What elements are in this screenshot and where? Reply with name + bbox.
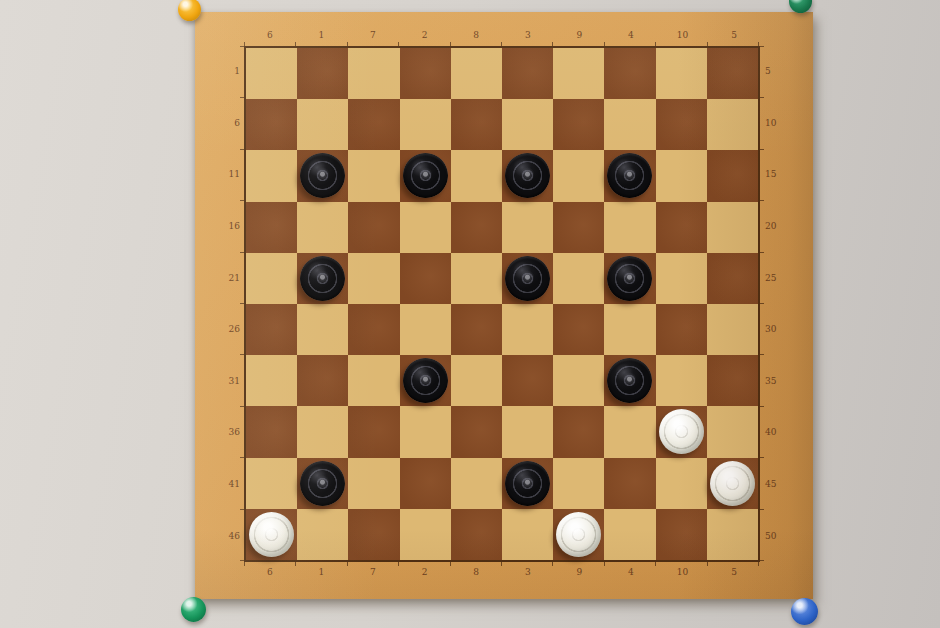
- light-square: [246, 253, 297, 304]
- col-label-bottom-2: 2: [399, 568, 451, 578]
- row-label-left-6: 6: [224, 98, 240, 150]
- square-49[interactable]: [553, 509, 604, 560]
- square-38[interactable]: [451, 406, 502, 457]
- square-13[interactable]: [502, 150, 553, 201]
- light-square: [400, 202, 451, 253]
- light-square: [297, 304, 348, 355]
- light-square: [604, 99, 655, 150]
- col-label-top-10: 10: [657, 31, 709, 41]
- row-labels-left: 161116212631364146: [224, 46, 240, 562]
- light-square: [707, 202, 758, 253]
- square-18[interactable]: [451, 202, 502, 253]
- light-square: [707, 406, 758, 457]
- col-label-top-6: 6: [244, 31, 296, 41]
- square-16[interactable]: [246, 202, 297, 253]
- row-label-left-36: 36: [224, 407, 240, 459]
- black-man-piece-square-11[interactable]: [300, 153, 345, 198]
- square-10[interactable]: [656, 99, 707, 150]
- square-24[interactable]: [604, 253, 655, 304]
- light-square: [656, 355, 707, 406]
- row-label-right-10: 10: [765, 98, 781, 150]
- square-37[interactable]: [348, 406, 399, 457]
- light-square: [553, 48, 604, 99]
- col-label-bottom-4: 4: [605, 568, 657, 578]
- row-label-left-11: 11: [224, 149, 240, 201]
- col-label-top-3: 3: [502, 31, 554, 41]
- square-40[interactable]: [656, 406, 707, 457]
- row-label-left-16: 16: [224, 201, 240, 253]
- square-34[interactable]: [604, 355, 655, 406]
- light-square: [451, 253, 502, 304]
- wall: 61728394105 61728394105 1611162126313641…: [0, 0, 940, 628]
- square-19[interactable]: [553, 202, 604, 253]
- square-17[interactable]: [348, 202, 399, 253]
- black-man-piece-square-13[interactable]: [505, 153, 550, 198]
- light-square: [400, 99, 451, 150]
- light-square: [400, 509, 451, 560]
- light-square: [553, 150, 604, 201]
- col-label-bottom-7: 7: [347, 568, 399, 578]
- col-label-bottom-9: 9: [554, 568, 606, 578]
- light-square: [246, 355, 297, 406]
- light-square: [451, 355, 502, 406]
- square-43[interactable]: [502, 458, 553, 509]
- light-square: [502, 509, 553, 560]
- light-square: [604, 304, 655, 355]
- light-square: [451, 48, 502, 99]
- square-9[interactable]: [553, 99, 604, 150]
- square-11[interactable]: [297, 150, 348, 201]
- light-square: [297, 99, 348, 150]
- light-square: [502, 99, 553, 150]
- row-label-right-25: 25: [765, 252, 781, 304]
- light-square: [656, 458, 707, 509]
- light-square: [707, 304, 758, 355]
- square-35[interactable]: [707, 355, 758, 406]
- row-labels-right: 5101520253035404550: [765, 46, 781, 562]
- white-man-piece-square-46[interactable]: [249, 512, 294, 557]
- square-15[interactable]: [707, 150, 758, 201]
- light-square: [502, 304, 553, 355]
- row-label-right-50: 50: [765, 510, 781, 562]
- col-label-bottom-10: 10: [657, 568, 709, 578]
- white-man-piece-square-40[interactable]: [659, 409, 704, 454]
- square-32[interactable]: [400, 355, 451, 406]
- col-label-top-1: 1: [296, 31, 348, 41]
- square-2[interactable]: [400, 48, 451, 99]
- light-square: [348, 355, 399, 406]
- square-47[interactable]: [348, 509, 399, 560]
- col-label-top-2: 2: [399, 31, 451, 41]
- col-label-top-5: 5: [708, 31, 760, 41]
- square-3[interactable]: [502, 48, 553, 99]
- light-square: [656, 253, 707, 304]
- square-33[interactable]: [502, 355, 553, 406]
- light-square: [707, 509, 758, 560]
- black-man-piece-square-32[interactable]: [403, 358, 448, 403]
- col-label-bottom-3: 3: [502, 568, 554, 578]
- col-label-bottom-6: 6: [244, 568, 296, 578]
- square-5[interactable]: [707, 48, 758, 99]
- light-square: [348, 150, 399, 201]
- square-20[interactable]: [656, 202, 707, 253]
- black-man-piece-square-23[interactable]: [505, 256, 550, 301]
- light-square: [451, 150, 502, 201]
- light-square: [553, 355, 604, 406]
- row-label-left-46: 46: [224, 510, 240, 562]
- square-22[interactable]: [400, 253, 451, 304]
- light-square: [604, 202, 655, 253]
- light-square: [297, 406, 348, 457]
- square-50[interactable]: [656, 509, 707, 560]
- row-label-left-26: 26: [224, 304, 240, 356]
- square-39[interactable]: [553, 406, 604, 457]
- light-square: [553, 253, 604, 304]
- square-41[interactable]: [297, 458, 348, 509]
- row-label-left-21: 21: [224, 252, 240, 304]
- light-square: [604, 406, 655, 457]
- square-42[interactable]: [400, 458, 451, 509]
- row-label-left-31: 31: [224, 356, 240, 408]
- light-square: [656, 48, 707, 99]
- square-46[interactable]: [246, 509, 297, 560]
- light-square: [604, 509, 655, 560]
- black-man-piece-square-43[interactable]: [505, 461, 550, 506]
- square-26[interactable]: [246, 304, 297, 355]
- square-8[interactable]: [451, 99, 502, 150]
- row-label-right-5: 5: [765, 46, 781, 98]
- col-label-bottom-1: 1: [296, 568, 348, 578]
- square-29[interactable]: [553, 304, 604, 355]
- row-label-right-20: 20: [765, 201, 781, 253]
- square-23[interactable]: [502, 253, 553, 304]
- light-square: [246, 458, 297, 509]
- square-12[interactable]: [400, 150, 451, 201]
- square-27[interactable]: [348, 304, 399, 355]
- tick-marks-right: [760, 46, 764, 562]
- square-31[interactable]: [297, 355, 348, 406]
- col-label-bottom-5: 5: [708, 568, 760, 578]
- square-25[interactable]: [707, 253, 758, 304]
- square-30[interactable]: [656, 304, 707, 355]
- row-label-right-45: 45: [765, 459, 781, 511]
- square-6[interactable]: [246, 99, 297, 150]
- column-labels-bottom: 61728394105: [244, 568, 760, 578]
- row-label-right-35: 35: [765, 356, 781, 408]
- black-man-piece-square-41[interactable]: [300, 461, 345, 506]
- tick-marks-bottom: [244, 562, 760, 566]
- column-labels-top: 61728394105: [244, 31, 760, 41]
- row-label-right-40: 40: [765, 407, 781, 459]
- square-44[interactable]: [604, 458, 655, 509]
- square-28[interactable]: [451, 304, 502, 355]
- light-square: [656, 150, 707, 201]
- light-square: [502, 202, 553, 253]
- col-label-top-4: 4: [605, 31, 657, 41]
- black-man-piece-square-21[interactable]: [300, 256, 345, 301]
- col-label-top-9: 9: [554, 31, 606, 41]
- light-square: [297, 202, 348, 253]
- black-man-piece-square-24[interactable]: [607, 256, 652, 301]
- light-square: [553, 458, 604, 509]
- light-square: [502, 406, 553, 457]
- light-square: [348, 48, 399, 99]
- square-45[interactable]: [707, 458, 758, 509]
- square-7[interactable]: [348, 99, 399, 150]
- black-man-piece-square-34[interactable]: [607, 358, 652, 403]
- push-pin-icon-bottom-left: [181, 597, 206, 622]
- black-man-piece-square-14[interactable]: [607, 153, 652, 198]
- row-label-left-41: 41: [224, 459, 240, 511]
- board-paper-sheet: 61728394105 61728394105 1611162126313641…: [195, 12, 813, 599]
- light-square: [297, 509, 348, 560]
- row-label-left-1: 1: [224, 46, 240, 98]
- square-48[interactable]: [451, 509, 502, 560]
- white-man-piece-square-49[interactable]: [556, 512, 601, 557]
- light-square: [400, 406, 451, 457]
- light-square: [348, 458, 399, 509]
- light-square: [707, 99, 758, 150]
- light-square: [246, 150, 297, 201]
- light-square: [400, 304, 451, 355]
- light-square: [451, 458, 502, 509]
- square-1[interactable]: [297, 48, 348, 99]
- col-label-top-8: 8: [450, 31, 502, 41]
- square-36[interactable]: [246, 406, 297, 457]
- black-man-piece-square-12[interactable]: [403, 153, 448, 198]
- col-label-bottom-8: 8: [450, 568, 502, 578]
- draughts-board: 61728394105 61728394105 1611162126313641…: [244, 46, 760, 562]
- light-square: [348, 253, 399, 304]
- white-man-piece-square-45[interactable]: [710, 461, 755, 506]
- square-14[interactable]: [604, 150, 655, 201]
- row-label-right-15: 15: [765, 149, 781, 201]
- push-pin-icon-bottom-right: [791, 598, 818, 625]
- row-label-right-30: 30: [765, 304, 781, 356]
- square-4[interactable]: [604, 48, 655, 99]
- square-21[interactable]: [297, 253, 348, 304]
- board-grid: [244, 46, 760, 562]
- col-label-top-7: 7: [347, 31, 399, 41]
- light-square: [246, 48, 297, 99]
